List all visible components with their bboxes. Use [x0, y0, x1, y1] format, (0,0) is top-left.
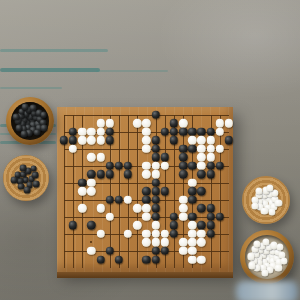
star-point [90, 241, 92, 243]
black-stone-in-lid [11, 177, 18, 184]
black-stone-in-lid [32, 171, 39, 178]
black-stone-in-lid [20, 165, 27, 172]
black-stone-in-bowl [21, 104, 28, 111]
black-stone-in-lid [24, 187, 31, 194]
black-stone-in-bowl [34, 129, 41, 136]
scratch-streak [0, 87, 62, 89]
black-prisoner-lid[interactable] [3, 155, 49, 201]
black-stone-in-lid [32, 180, 39, 187]
go-board[interactable] [57, 107, 233, 272]
black-stone-in-lid [30, 165, 37, 172]
black-stone-in-bowl [21, 131, 28, 138]
black-stone-bowl[interactable] [6, 97, 54, 145]
black-stone-in-bowl [40, 112, 47, 119]
black-stone-in-bowl [13, 113, 20, 120]
black-stone-in-bowl [40, 124, 47, 131]
scratch-streak [96, 70, 168, 72]
scratch-streak [0, 49, 108, 52]
white-stone-in-lid [261, 208, 268, 215]
white-stone-in-lid [268, 208, 275, 215]
board-front-edge [57, 272, 233, 278]
go-scene [0, 0, 300, 300]
white-prisoner-lid[interactable] [242, 176, 290, 224]
scratch-streak [0, 68, 100, 72]
black-stone-in-bowl [30, 105, 37, 112]
white-stone-bowl[interactable] [240, 230, 294, 284]
white-stone-in-lid [275, 199, 282, 206]
blurred-object [236, 281, 298, 300]
